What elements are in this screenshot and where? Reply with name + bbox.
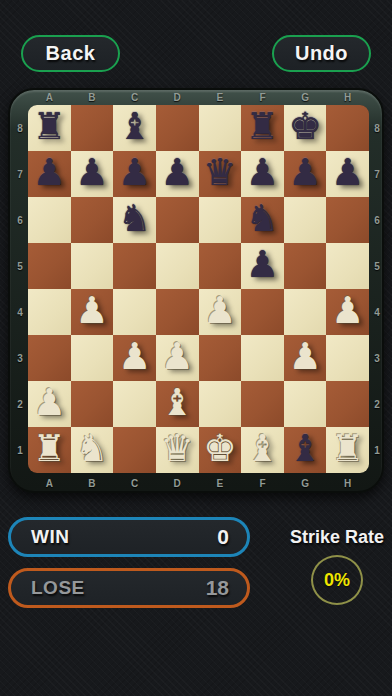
win-counter: WIN 0 [8,517,250,557]
piece-white-knight-b1[interactable]: ♞ [75,430,108,467]
square-d2[interactable]: ♝ [156,381,199,427]
win-value: 0 [217,525,229,549]
rank-label-right-7: 7 [371,151,383,197]
file-label-top-B: B [71,92,114,105]
piece-black-rook-f8[interactable]: ♜ [246,108,279,145]
piece-black-bishop-g1[interactable]: ♝ [288,430,321,467]
square-a8[interactable]: ♜ [28,105,71,151]
rank-labels-right: 87654321 [371,105,383,473]
rank-label-left-2: 2 [14,381,26,427]
square-h4[interactable]: ♟ [326,289,369,335]
piece-white-pawn-a2[interactable]: ♟ [33,384,66,421]
undo-button[interactable]: Undo [272,35,371,72]
strike-rate-badge: 0% [311,555,363,605]
square-g4[interactable] [284,289,327,335]
square-d5[interactable] [156,243,199,289]
square-b4[interactable]: ♟ [71,289,114,335]
strike-rate-label: Strike Rate [272,527,392,548]
file-label-bottom-F: F [241,478,284,491]
rank-label-right-2: 2 [371,381,383,427]
square-g5[interactable] [284,243,327,289]
piece-white-rook-h1[interactable]: ♜ [331,430,364,467]
file-label-top-A: A [28,92,71,105]
file-label-top-G: G [284,92,327,105]
square-e3[interactable] [199,335,242,381]
back-button[interactable]: Back [21,35,120,72]
file-label-top-F: F [241,92,284,105]
file-label-bottom-A: A [28,478,71,491]
piece-black-pawn-f5[interactable]: ♟ [246,246,279,283]
piece-black-pawn-d7[interactable]: ♟ [161,154,194,191]
piece-white-pawn-h4[interactable]: ♟ [331,292,364,329]
square-a7[interactable]: ♟ [28,151,71,197]
square-g7[interactable]: ♟ [284,151,327,197]
piece-white-bishop-f1[interactable]: ♝ [246,430,279,467]
win-label: WIN [31,526,69,548]
square-c1[interactable] [113,427,156,473]
square-c6[interactable]: ♞ [113,197,156,243]
square-a1[interactable]: ♜ [28,427,71,473]
piece-white-bishop-d2[interactable]: ♝ [161,384,194,421]
piece-black-queen-e7[interactable]: ♛ [203,154,236,191]
rank-label-right-3: 3 [371,335,383,381]
square-d7[interactable]: ♟ [156,151,199,197]
square-b2[interactable] [71,381,114,427]
file-label-bottom-H: H [326,478,369,491]
rank-label-left-1: 1 [14,427,26,473]
file-label-top-C: C [113,92,156,105]
square-b3[interactable] [71,335,114,381]
square-c7[interactable]: ♟ [113,151,156,197]
piece-black-knight-c6[interactable]: ♞ [118,200,151,237]
square-b5[interactable] [71,243,114,289]
file-label-top-E: E [199,92,242,105]
square-f4[interactable] [241,289,284,335]
piece-white-pawn-g3[interactable]: ♟ [288,338,321,375]
square-e2[interactable] [199,381,242,427]
square-g3[interactable]: ♟ [284,335,327,381]
rank-label-right-1: 1 [371,427,383,473]
square-h7[interactable]: ♟ [326,151,369,197]
square-f8[interactable]: ♜ [241,105,284,151]
file-label-top-H: H [326,92,369,105]
square-f5[interactable]: ♟ [241,243,284,289]
file-labels-bottom: ABCDEFGH [28,478,369,491]
square-d8[interactable] [156,105,199,151]
board-squares: ♜♝♜♚♟♟♟♟♛♟♟♟♞♞♟♟♟♟♟♟♟♟♝♜♞♛♚♝♝♜ [28,105,369,473]
chess-board-frame: ABCDEFGH 87654321 87654321 ABCDEFGH ♜♝♜♚… [8,88,384,493]
piece-black-rook-a8[interactable]: ♜ [33,108,66,145]
piece-white-pawn-e4[interactable]: ♟ [203,292,236,329]
file-label-bottom-D: D [156,478,199,491]
rank-label-left-4: 4 [14,289,26,335]
lose-value: 18 [206,576,229,600]
square-d3[interactable]: ♟ [156,335,199,381]
piece-white-pawn-b4[interactable]: ♟ [75,292,108,329]
square-c3[interactable]: ♟ [113,335,156,381]
rank-label-left-7: 7 [14,151,26,197]
square-e4[interactable]: ♟ [199,289,242,335]
square-h1[interactable]: ♜ [326,427,369,473]
square-h2[interactable] [326,381,369,427]
rank-label-left-8: 8 [14,105,26,151]
square-b1[interactable]: ♞ [71,427,114,473]
lose-label: LOSE [31,577,85,599]
piece-black-pawn-h7[interactable]: ♟ [331,154,364,191]
square-e6[interactable] [199,197,242,243]
square-h6[interactable] [326,197,369,243]
square-b7[interactable]: ♟ [71,151,114,197]
square-b6[interactable] [71,197,114,243]
piece-white-queen-d1[interactable]: ♛ [161,430,194,467]
rank-labels-left: 87654321 [14,105,26,473]
piece-black-pawn-c7[interactable]: ♟ [118,154,151,191]
piece-white-rook-a1[interactable]: ♜ [33,430,66,467]
square-f1[interactable]: ♝ [241,427,284,473]
file-label-bottom-E: E [199,478,242,491]
piece-black-pawn-g7[interactable]: ♟ [288,154,321,191]
piece-white-king-e1[interactable]: ♚ [203,430,236,467]
file-label-bottom-C: C [113,478,156,491]
square-e7[interactable]: ♛ [199,151,242,197]
square-g6[interactable] [284,197,327,243]
rank-label-right-4: 4 [371,289,383,335]
square-f6[interactable]: ♞ [241,197,284,243]
rank-label-left-6: 6 [14,197,26,243]
piece-black-pawn-f7[interactable]: ♟ [246,154,279,191]
piece-black-king-g8[interactable]: ♚ [288,108,321,145]
piece-white-pawn-d3[interactable]: ♟ [161,338,194,375]
rank-label-right-8: 8 [371,105,383,151]
file-label-top-D: D [156,92,199,105]
square-f7[interactable]: ♟ [241,151,284,197]
square-a6[interactable] [28,197,71,243]
file-labels-top: ABCDEFGH [28,92,369,105]
square-d4[interactable] [156,289,199,335]
square-c8[interactable]: ♝ [113,105,156,151]
square-h8[interactable] [326,105,369,151]
piece-black-knight-f6[interactable]: ♞ [246,200,279,237]
lose-counter: LOSE 18 [8,568,250,608]
square-a2[interactable]: ♟ [28,381,71,427]
square-f3[interactable] [241,335,284,381]
square-d1[interactable]: ♛ [156,427,199,473]
rank-label-right-5: 5 [371,243,383,289]
square-e1[interactable]: ♚ [199,427,242,473]
file-label-bottom-G: G [284,478,327,491]
square-e8[interactable] [199,105,242,151]
square-a4[interactable] [28,289,71,335]
square-b8[interactable] [71,105,114,151]
piece-black-bishop-c8[interactable]: ♝ [118,108,151,145]
square-e5[interactable] [199,243,242,289]
piece-white-pawn-c3[interactable]: ♟ [118,338,151,375]
square-h5[interactable] [326,243,369,289]
piece-black-pawn-b7[interactable]: ♟ [75,154,108,191]
square-g2[interactable] [284,381,327,427]
square-a5[interactable] [28,243,71,289]
piece-black-pawn-a7[interactable]: ♟ [33,154,66,191]
square-h3[interactable] [326,335,369,381]
square-c2[interactable] [113,381,156,427]
square-g8[interactable]: ♚ [284,105,327,151]
square-g1[interactable]: ♝ [284,427,327,473]
square-c4[interactable] [113,289,156,335]
rank-label-right-6: 6 [371,197,383,243]
square-d6[interactable] [156,197,199,243]
square-c5[interactable] [113,243,156,289]
rank-label-left-3: 3 [14,335,26,381]
square-f2[interactable] [241,381,284,427]
file-label-bottom-B: B [71,478,114,491]
rank-label-left-5: 5 [14,243,26,289]
square-a3[interactable] [28,335,71,381]
strike-rate-value: 0% [324,570,350,591]
